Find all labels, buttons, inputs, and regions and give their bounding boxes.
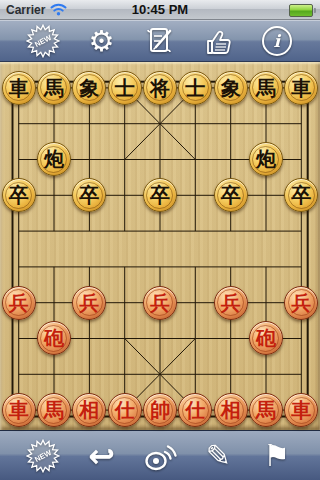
flag-button[interactable]: ⚑ [253, 437, 301, 475]
board-point-6-7[interactable] [248, 285, 283, 321]
board-point-4-8[interactable] [284, 213, 319, 249]
piece-black-馬[interactable]: 馬 [37, 71, 71, 105]
info-icon: i [262, 26, 292, 56]
thumbs-up-icon [202, 25, 234, 57]
board-point-9-6[interactable]: 相 [213, 392, 248, 428]
board-point-7-6[interactable] [213, 321, 248, 357]
board-point-7-4[interactable] [142, 321, 177, 357]
board-point-1-4[interactable] [142, 106, 177, 142]
board-point-9-3[interactable]: 仕 [107, 392, 142, 428]
board-point-8-7[interactable] [248, 356, 283, 392]
board-point-3-8[interactable]: 卒 [284, 177, 319, 213]
board-point-8-6[interactable] [213, 356, 248, 392]
piece-red-兵[interactable]: 兵 [143, 286, 177, 320]
board-point-2-3[interactable] [107, 142, 142, 178]
piece-black-将[interactable]: 将 [143, 71, 177, 105]
board-point-4-2[interactable] [72, 213, 107, 249]
board-point-6-4[interactable]: 兵 [142, 285, 177, 321]
board-point-7-5[interactable] [178, 321, 213, 357]
piece-black-士[interactable]: 士 [108, 71, 142, 105]
board-point-8-0[interactable] [1, 356, 36, 392]
piece-black-卒[interactable]: 卒 [72, 178, 106, 212]
piece-black-卒[interactable]: 卒 [214, 178, 248, 212]
new-game-button[interactable]: NEW [19, 22, 67, 60]
scroll-pen-icon [144, 25, 176, 57]
board-point-4-7[interactable] [248, 213, 283, 249]
piece-red-車[interactable]: 車 [2, 393, 36, 427]
board-point-0-0[interactable]: 車 [1, 70, 36, 106]
board-point-2-2[interactable] [72, 142, 107, 178]
pencil-icon: ✎ [206, 441, 231, 471]
board-point-9-2[interactable]: 相 [72, 392, 107, 428]
board-point-3-5[interactable] [178, 177, 213, 213]
board-point-5-7[interactable] [248, 249, 283, 285]
board-point-6-5[interactable] [178, 285, 213, 321]
piece-red-帥[interactable]: 帥 [143, 393, 177, 427]
piece-black-士[interactable]: 士 [178, 71, 212, 105]
board-point-1-3[interactable] [107, 106, 142, 142]
board-point-8-4[interactable] [142, 356, 177, 392]
board-point-6-2[interactable]: 兵 [72, 285, 107, 321]
piece-black-馬[interactable]: 馬 [249, 71, 283, 105]
board-point-9-5[interactable]: 仕 [178, 392, 213, 428]
board-point-0-6[interactable]: 象 [213, 70, 248, 106]
board-point-4-1[interactable] [36, 213, 71, 249]
xiangqi-board: 車馬象士将士象馬車炮炮卒卒卒卒卒兵兵兵兵兵砲砲車馬相仕帥仕相馬車 [0, 62, 320, 430]
piece-red-相[interactable]: 相 [214, 393, 248, 427]
board-point-7-3[interactable] [107, 321, 142, 357]
board-point-5-2[interactable] [72, 249, 107, 285]
board-point-8-2[interactable] [72, 356, 107, 392]
board-point-3-6[interactable]: 卒 [213, 177, 248, 213]
board-point-0-5[interactable]: 士 [178, 70, 213, 106]
piece-red-兵[interactable]: 兵 [72, 286, 106, 320]
piece-red-砲[interactable]: 砲 [37, 321, 71, 355]
board-point-8-5[interactable] [178, 356, 213, 392]
board-point-6-8[interactable]: 兵 [284, 285, 319, 321]
board-point-0-3[interactable]: 士 [107, 70, 142, 106]
board-point-4-5[interactable] [178, 213, 213, 249]
board-point-5-1[interactable] [36, 249, 71, 285]
piece-red-兵[interactable]: 兵 [284, 286, 318, 320]
board-point-2-8[interactable] [284, 142, 319, 178]
board-point-9-4[interactable]: 帥 [142, 392, 177, 428]
board-point-5-3[interactable] [107, 249, 142, 285]
board-point-5-8[interactable] [284, 249, 319, 285]
board-point-3-7[interactable] [248, 177, 283, 213]
edit-button[interactable]: ✎ [194, 437, 242, 475]
board-point-1-8[interactable] [284, 106, 319, 142]
piece-black-車[interactable]: 車 [284, 71, 318, 105]
board-point-4-4[interactable] [142, 213, 177, 249]
clock: 10:45 PM [0, 2, 320, 17]
piece-black-象[interactable]: 象 [72, 71, 106, 105]
board-point-1-2[interactable] [72, 106, 107, 142]
board-point-1-1[interactable] [36, 106, 71, 142]
board-point-5-0[interactable] [1, 249, 36, 285]
settings-button[interactable]: ⚙ [78, 22, 126, 60]
flag-icon: ⚑ [263, 441, 290, 471]
board-point-7-0[interactable] [1, 321, 36, 357]
board-point-4-0[interactable] [1, 213, 36, 249]
game-record-button[interactable] [136, 22, 184, 60]
piece-black-卒[interactable]: 卒 [2, 178, 36, 212]
board-point-3-4[interactable]: 卒 [142, 177, 177, 213]
piece-black-卒[interactable]: 卒 [284, 178, 318, 212]
share-weibo-button[interactable] [136, 437, 184, 475]
board-point-3-3[interactable] [107, 177, 142, 213]
board-point-6-1[interactable] [36, 285, 71, 321]
board-point-7-8[interactable] [284, 321, 319, 357]
piece-red-仕[interactable]: 仕 [178, 393, 212, 427]
board-point-2-0[interactable] [1, 142, 36, 178]
board-point-3-0[interactable]: 卒 [1, 177, 36, 213]
piece-black-炮[interactable]: 炮 [37, 142, 71, 176]
piece-red-馬[interactable]: 馬 [37, 393, 71, 427]
piece-black-卒[interactable]: 卒 [143, 178, 177, 212]
board-grid: 車馬象士将士象馬車炮炮卒卒卒卒卒兵兵兵兵兵砲砲車馬相仕帥仕相馬車 [1, 70, 319, 428]
board-point-6-3[interactable] [107, 285, 142, 321]
undo-arrow-icon: ↩ [88, 440, 115, 472]
piece-red-車[interactable]: 車 [284, 393, 318, 427]
weibo-icon [143, 440, 177, 472]
board-point-2-5[interactable] [178, 142, 213, 178]
board-point-0-7[interactable]: 馬 [248, 70, 283, 106]
status-bar: Carrier 10:45 PM [0, 0, 320, 20]
piece-black-車[interactable]: 車 [2, 71, 36, 105]
board-point-7-2[interactable] [72, 321, 107, 357]
piece-red-兵[interactable]: 兵 [214, 286, 248, 320]
board-point-9-8[interactable]: 車 [284, 392, 319, 428]
piece-red-兵[interactable]: 兵 [2, 286, 36, 320]
board-point-7-7[interactable]: 砲 [248, 321, 283, 357]
bottom-toolbar: NEW ↩ ✎ ⚑ [0, 430, 320, 480]
info-button[interactable]: i [253, 22, 301, 60]
board-point-4-6[interactable] [213, 213, 248, 249]
board-point-3-1[interactable] [36, 177, 71, 213]
battery-icon [289, 4, 316, 17]
board-point-9-7[interactable]: 馬 [248, 392, 283, 428]
board-point-1-5[interactable] [178, 106, 213, 142]
board-point-4-3[interactable] [107, 213, 142, 249]
gear-icon: ⚙ [89, 27, 115, 56]
new-game-button-bottom[interactable]: NEW [19, 437, 67, 475]
board-point-1-7[interactable] [248, 106, 283, 142]
board-point-0-4[interactable]: 将 [142, 70, 177, 106]
board-point-6-6[interactable]: 兵 [213, 285, 248, 321]
hint-button[interactable] [194, 22, 242, 60]
board-point-0-2[interactable]: 象 [72, 70, 107, 106]
piece-black-象[interactable]: 象 [214, 71, 248, 105]
board-point-1-0[interactable] [1, 106, 36, 142]
piece-red-仕[interactable]: 仕 [108, 393, 142, 427]
piece-black-炮[interactable]: 炮 [249, 142, 283, 176]
board-point-6-0[interactable]: 兵 [1, 285, 36, 321]
board-point-0-1[interactable]: 馬 [36, 70, 71, 106]
new-badge-icon: NEW [26, 24, 60, 58]
board-point-2-7[interactable]: 炮 [248, 142, 283, 178]
board-point-2-6[interactable] [213, 142, 248, 178]
board-point-2-1[interactable]: 炮 [36, 142, 71, 178]
piece-red-砲[interactable]: 砲 [249, 321, 283, 355]
board-point-8-3[interactable] [107, 356, 142, 392]
board-point-8-1[interactable] [36, 356, 71, 392]
undo-button[interactable]: ↩ [78, 437, 126, 475]
top-toolbar: NEW ⚙ [0, 20, 320, 62]
board-point-9-1[interactable]: 馬 [36, 392, 71, 428]
board-point-2-4[interactable] [142, 142, 177, 178]
board-point-9-0[interactable]: 車 [1, 392, 36, 428]
board-point-8-8[interactable] [284, 356, 319, 392]
new-badge-icon: NEW [26, 439, 60, 473]
board-point-0-8[interactable]: 車 [284, 70, 319, 106]
piece-red-相[interactable]: 相 [72, 393, 106, 427]
piece-red-馬[interactable]: 馬 [249, 393, 283, 427]
board-point-7-1[interactable]: 砲 [36, 321, 71, 357]
board-point-5-6[interactable] [213, 249, 248, 285]
board-point-3-2[interactable]: 卒 [72, 177, 107, 213]
board-point-5-4[interactable] [142, 249, 177, 285]
board-point-1-6[interactable] [213, 106, 248, 142]
board-point-5-5[interactable] [178, 249, 213, 285]
app-screen: Carrier 10:45 PM NEW ⚙ [0, 0, 320, 480]
